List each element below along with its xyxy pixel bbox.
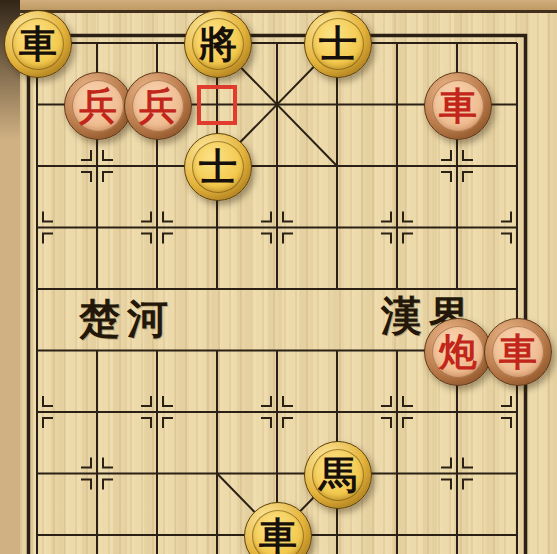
red-soldier-glyph: 兵: [79, 87, 117, 125]
red-chariot-glyph: 車: [499, 333, 537, 371]
piece-red-cannon-a[interactable]: 炮: [424, 318, 492, 386]
piece-black-horse-a[interactable]: 馬: [304, 441, 372, 509]
black-horse-glyph: 馬: [319, 456, 357, 494]
black-chariot-glyph: 車: [259, 517, 297, 554]
river-label-left: 楚河: [79, 292, 175, 347]
piece-black-advisor-a[interactable]: 士: [304, 10, 372, 78]
piece-red-chariot-b[interactable]: 車: [484, 318, 552, 386]
last-move-marker: [197, 85, 237, 125]
piece-black-general[interactable]: 將: [184, 10, 252, 78]
piece-black-advisor-b[interactable]: 士: [184, 133, 252, 201]
black-chariot-glyph: 車: [19, 25, 57, 63]
black-advisor-glyph: 士: [199, 148, 237, 186]
piece-red-soldier-b[interactable]: 兵: [124, 72, 192, 140]
piece-black-chariot-a[interactable]: 車: [4, 10, 72, 78]
piece-red-soldier-a[interactable]: 兵: [64, 72, 132, 140]
wood-margin-top: [0, 0, 557, 13]
piece-red-chariot-a[interactable]: 車: [424, 72, 492, 140]
red-cannon-glyph: 炮: [439, 333, 477, 371]
black-general-glyph: 將: [199, 25, 237, 63]
xiangqi-app: 楚河 漢界 車將士兵兵車士炮車馬車: [0, 0, 557, 554]
red-chariot-glyph: 車: [439, 87, 477, 125]
red-soldier-glyph: 兵: [139, 87, 177, 125]
wood-margin-left: [0, 0, 20, 554]
black-advisor-glyph: 士: [319, 25, 357, 63]
